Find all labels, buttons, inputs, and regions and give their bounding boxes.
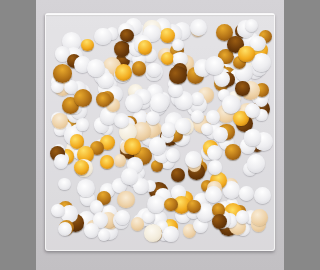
confetti-bag	[45, 13, 275, 251]
confetti-piece-white	[76, 118, 89, 131]
confetti-piece-white	[254, 187, 271, 204]
confetti-piece-white	[147, 195, 165, 213]
confetti-piece-white	[236, 210, 250, 224]
confetti-piece-white	[94, 28, 111, 45]
confetti-piece-white	[185, 151, 202, 168]
confetti-piece-dark-gold	[212, 214, 227, 229]
confetti-piece-mid-gold	[74, 89, 92, 107]
confetti-piece-white	[201, 123, 213, 135]
confetti-piece-white	[125, 94, 143, 112]
confetti-layer	[47, 15, 273, 249]
confetti-piece-bright-gold	[81, 39, 93, 51]
confetti-piece-white	[77, 179, 95, 197]
confetti-piece-bright-gold	[100, 155, 114, 169]
confetti-piece-white	[208, 160, 223, 175]
confetti-piece-white	[147, 63, 161, 77]
confetti-piece-white	[190, 19, 207, 36]
confetti-piece-dark-gold	[120, 29, 134, 43]
confetti-piece-white	[161, 122, 176, 137]
confetti-piece-white	[205, 186, 222, 203]
confetti-piece-white	[51, 204, 64, 217]
confetti-piece-peach	[117, 191, 134, 208]
confetti-piece-white	[84, 223, 99, 238]
bag-fold-over-flap	[46, 14, 274, 15]
confetti-piece-dark-gold	[169, 66, 187, 84]
confetti-piece-white	[58, 178, 70, 190]
confetti-piece-white	[172, 39, 184, 51]
confetti-piece-bright-gold	[138, 40, 153, 55]
confetti-piece-white	[245, 19, 258, 32]
confetti-piece-white	[252, 53, 270, 71]
confetti-piece-mid-gold	[132, 61, 146, 75]
confetti-piece-bright-gold	[238, 46, 255, 63]
confetti-piece-mid-gold	[96, 92, 111, 107]
confetti-piece-white	[244, 129, 260, 145]
confetti-piece-mid-gold	[164, 198, 177, 211]
confetti-piece-peach	[131, 217, 144, 230]
confetti-piece-white	[239, 186, 254, 201]
confetti-piece-white	[168, 83, 183, 98]
confetti-piece-white	[247, 154, 266, 173]
confetti-piece-dark-gold	[235, 81, 249, 95]
confetti-piece-peach	[251, 209, 268, 226]
confetti-piece-mid-gold	[53, 64, 72, 83]
confetti-piece-ivory	[144, 224, 162, 242]
confetti-piece-white	[163, 226, 179, 242]
confetti-piece-white	[150, 93, 169, 112]
confetti-piece-white	[207, 145, 222, 160]
confetti-piece-white	[54, 154, 69, 169]
confetti-piece-white	[166, 148, 180, 162]
photo-stage	[36, 0, 284, 270]
confetti-piece-white	[58, 222, 72, 236]
confetti-piece-white	[121, 168, 138, 185]
confetti-piece-white	[206, 110, 220, 124]
confetti-piece-white	[149, 137, 166, 154]
confetti-piece-white	[191, 92, 204, 105]
confetti-piece-white	[205, 56, 224, 75]
confetti-piece-bright-gold	[74, 160, 89, 175]
confetti-piece-dark-gold	[171, 168, 185, 182]
confetti-piece-white	[115, 210, 130, 225]
confetti-piece-white	[175, 118, 191, 134]
confetti-piece-white	[98, 229, 110, 241]
confetti-piece-bright-gold	[160, 28, 175, 43]
confetti-piece-bright-gold	[124, 138, 141, 155]
confetti-piece-white	[245, 103, 260, 118]
confetti-piece-white	[213, 127, 227, 141]
confetti-piece-mid-gold	[225, 144, 241, 160]
confetti-piece-peach	[114, 154, 126, 166]
confetti-piece-white	[87, 59, 105, 77]
